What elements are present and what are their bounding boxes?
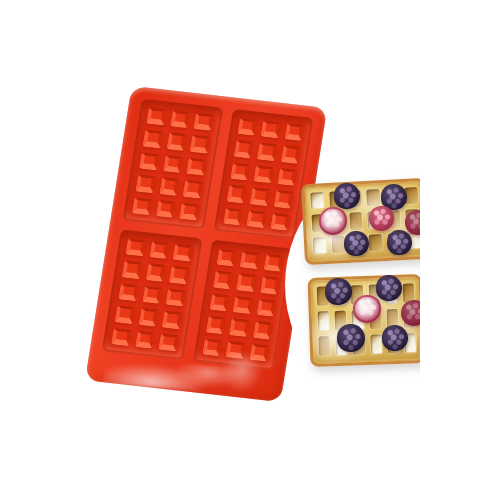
mold-bump: [135, 174, 155, 193]
berry-blackberry: [344, 231, 369, 256]
mold-bump: [139, 152, 159, 171]
mold-bump: [165, 288, 185, 307]
mold-bump: [233, 140, 253, 159]
mold-bump: [145, 263, 165, 282]
mold-bump: [149, 241, 169, 260]
mold-bump: [246, 210, 266, 229]
mold-bump: [213, 271, 233, 290]
mold-bump: [115, 305, 135, 324]
mold-bump: [260, 120, 280, 139]
mold-bump: [142, 286, 162, 305]
mold-bump: [193, 113, 213, 132]
mold-bump: [122, 261, 142, 280]
berry-raspberry: [369, 206, 394, 231]
mold-bump: [223, 207, 243, 226]
mold-bump: [250, 187, 270, 206]
mold-bump: [190, 135, 210, 154]
mold-bump: [172, 243, 192, 262]
berry-blackberry: [382, 325, 408, 351]
mold-bump: [163, 155, 183, 174]
mold-bump: [135, 330, 155, 349]
mold-bump: [209, 293, 229, 312]
product-photo-stage: [0, 0, 500, 500]
mold-bump: [236, 273, 256, 292]
berry-raspberry-frosted: [353, 295, 381, 323]
berry-blackberry: [325, 278, 352, 305]
mold-bump: [226, 185, 246, 204]
mold-bump: [111, 328, 131, 347]
mold-bump: [132, 197, 152, 216]
berry-raspberry-dark: [401, 300, 420, 326]
mold-bump: [230, 162, 250, 181]
mold-bump: [186, 157, 206, 176]
mold-bump: [138, 308, 158, 327]
mold-bump: [159, 177, 179, 196]
mold-bump: [118, 283, 138, 302]
mold-cavity: [102, 230, 202, 360]
berry-blackberry: [337, 324, 365, 352]
mold-bump: [162, 311, 182, 330]
mold-bump: [170, 110, 190, 129]
berry-raspberry-frosted: [319, 207, 347, 235]
mold-bump: [158, 333, 178, 352]
mold-cavity: [123, 99, 223, 229]
mold-bump: [143, 130, 163, 149]
mold-bump: [146, 107, 166, 126]
mold-bump: [240, 251, 260, 270]
berry-blackberry: [334, 183, 360, 209]
berry-raspberry-dark: [405, 210, 421, 235]
mold-bump: [183, 180, 203, 199]
mold-bump: [155, 199, 175, 218]
mold-bump: [179, 202, 199, 221]
mold-bump: [169, 266, 189, 285]
mold-bump: [205, 315, 225, 334]
mold-bump: [166, 132, 186, 151]
mold-bump: [125, 238, 145, 257]
mold-bump: [216, 248, 236, 267]
berries-layer: [270, 150, 420, 385]
mold-bump: [233, 296, 253, 315]
mold-bump: [237, 118, 257, 137]
berry-blackberry: [376, 275, 402, 301]
berry-blackberry: [387, 230, 412, 255]
plated-waffles-photo: [270, 150, 420, 385]
mold-corner-gloss-highlight: [207, 348, 276, 395]
mold-bump: [229, 318, 249, 337]
mold-bump: [284, 123, 304, 142]
